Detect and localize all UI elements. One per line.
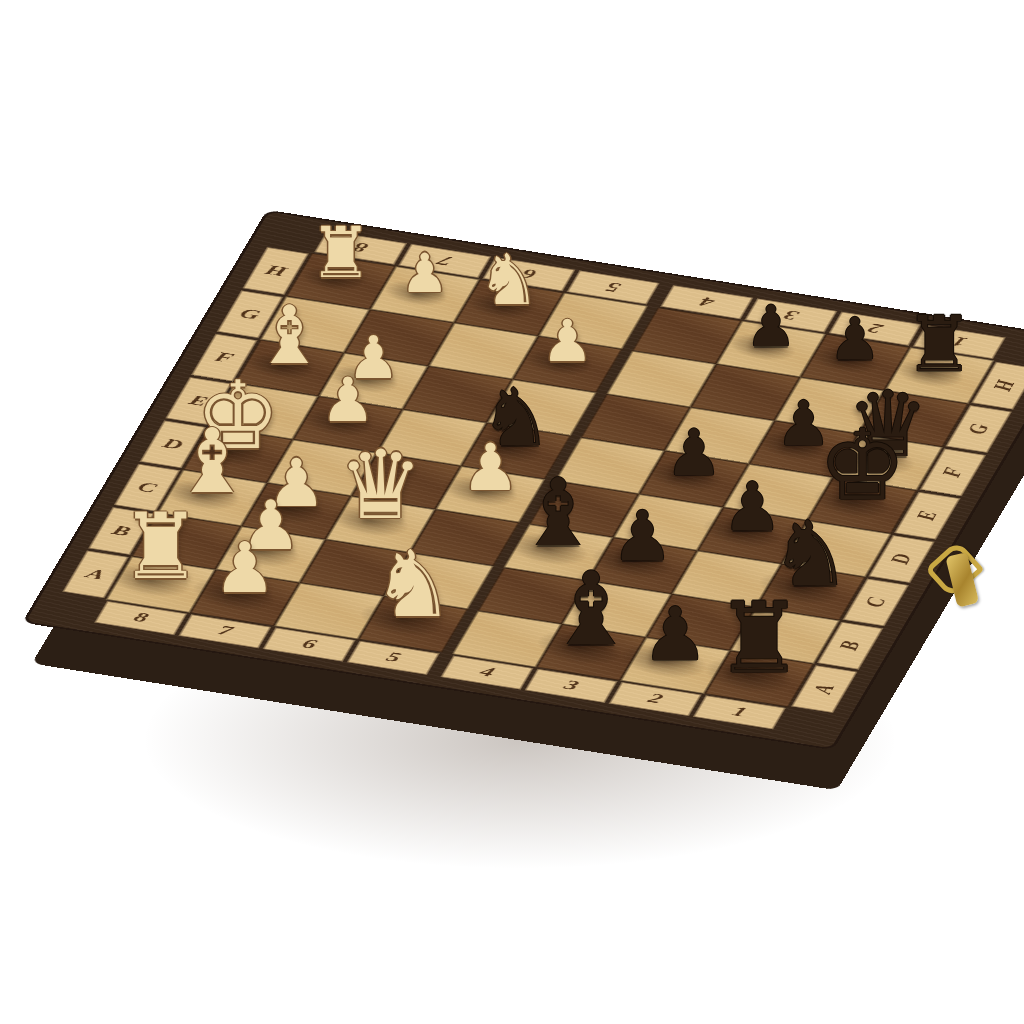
piece-black-rook-a1: ♜ — [715, 588, 803, 686]
piece-white-pawn-g5: ♟ — [541, 312, 593, 370]
piece-black-pawn-a2: ♟ — [642, 597, 708, 671]
piece-white-knight-h6: ♞ — [478, 245, 541, 315]
piece-white-pawn-a7: ♟ — [214, 533, 277, 603]
piece-white-pawn-d5: ♟ — [461, 435, 519, 500]
piece-black-pawn-h2: ♟ — [829, 310, 881, 368]
piece-white-queen-c6: ♛ — [338, 438, 423, 533]
piece-white-pawn-e7: ♟ — [320, 369, 375, 430]
piece-white-pawn-h7: ♟ — [401, 246, 449, 300]
piece-black-king-e1: ♚ — [818, 416, 906, 514]
piece-white-knight-a5: ♞ — [372, 540, 454, 632]
piece-black-bishop-c4: ♝ — [517, 467, 600, 560]
piece-black-pawn-h3: ♟ — [745, 298, 796, 355]
piece-white-rook-a8: ♜ — [120, 501, 202, 592]
pieces-layer: ♜♝♚♝♜♟♟♟♟♟♟♛♞♞♟♟♞♝♝♟♟♟♟♟♟♟♜♞♚♛♜ — [0, 0, 1024, 1024]
piece-black-bishop-a3: ♝ — [546, 559, 637, 660]
photo-scene: ABCDEFGHABCDEFGH8765432187654321 ♜♝♚♝♜♟♟… — [0, 0, 1024, 1024]
piece-black-pawn-e3: ♟ — [665, 421, 722, 485]
piece-white-rook-h8: ♜ — [309, 219, 372, 289]
